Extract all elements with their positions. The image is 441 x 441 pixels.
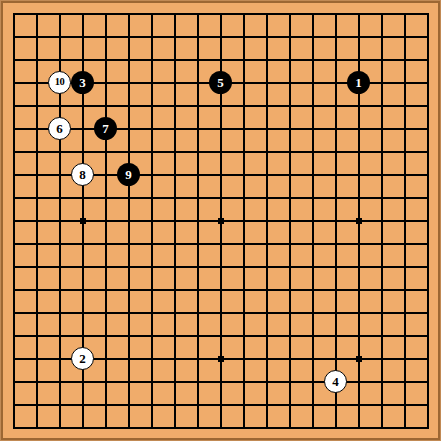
stone-white-6-c14: 6	[48, 117, 71, 140]
stone-number: 6	[56, 122, 63, 136]
go-board: 12345678910	[0, 0, 441, 441]
stone-black-1-q16: 1	[347, 71, 370, 94]
stone-number: 7	[102, 122, 109, 136]
board-grid: 12345678910	[2, 2, 439, 439]
stone-number: 4	[332, 375, 339, 389]
stone-number: 10	[55, 77, 65, 89]
stone-number: 5	[217, 76, 224, 90]
stone-white-4-p3: 4	[324, 370, 347, 393]
stone-number: 2	[79, 352, 86, 366]
stone-white-10-c16: 10	[48, 71, 71, 94]
stone-black-9-f12: 9	[117, 163, 140, 186]
stone-number: 9	[125, 168, 132, 182]
stone-black-5-k16: 5	[209, 71, 232, 94]
stone-number: 3	[79, 76, 86, 90]
stone-white-2-d4: 2	[71, 347, 94, 370]
stone-black-7-e14: 7	[94, 117, 117, 140]
stone-number: 1	[355, 76, 362, 90]
stone-white-8-d12: 8	[71, 163, 94, 186]
stone-number: 8	[79, 168, 86, 182]
stone-black-3-d16: 3	[71, 71, 94, 94]
